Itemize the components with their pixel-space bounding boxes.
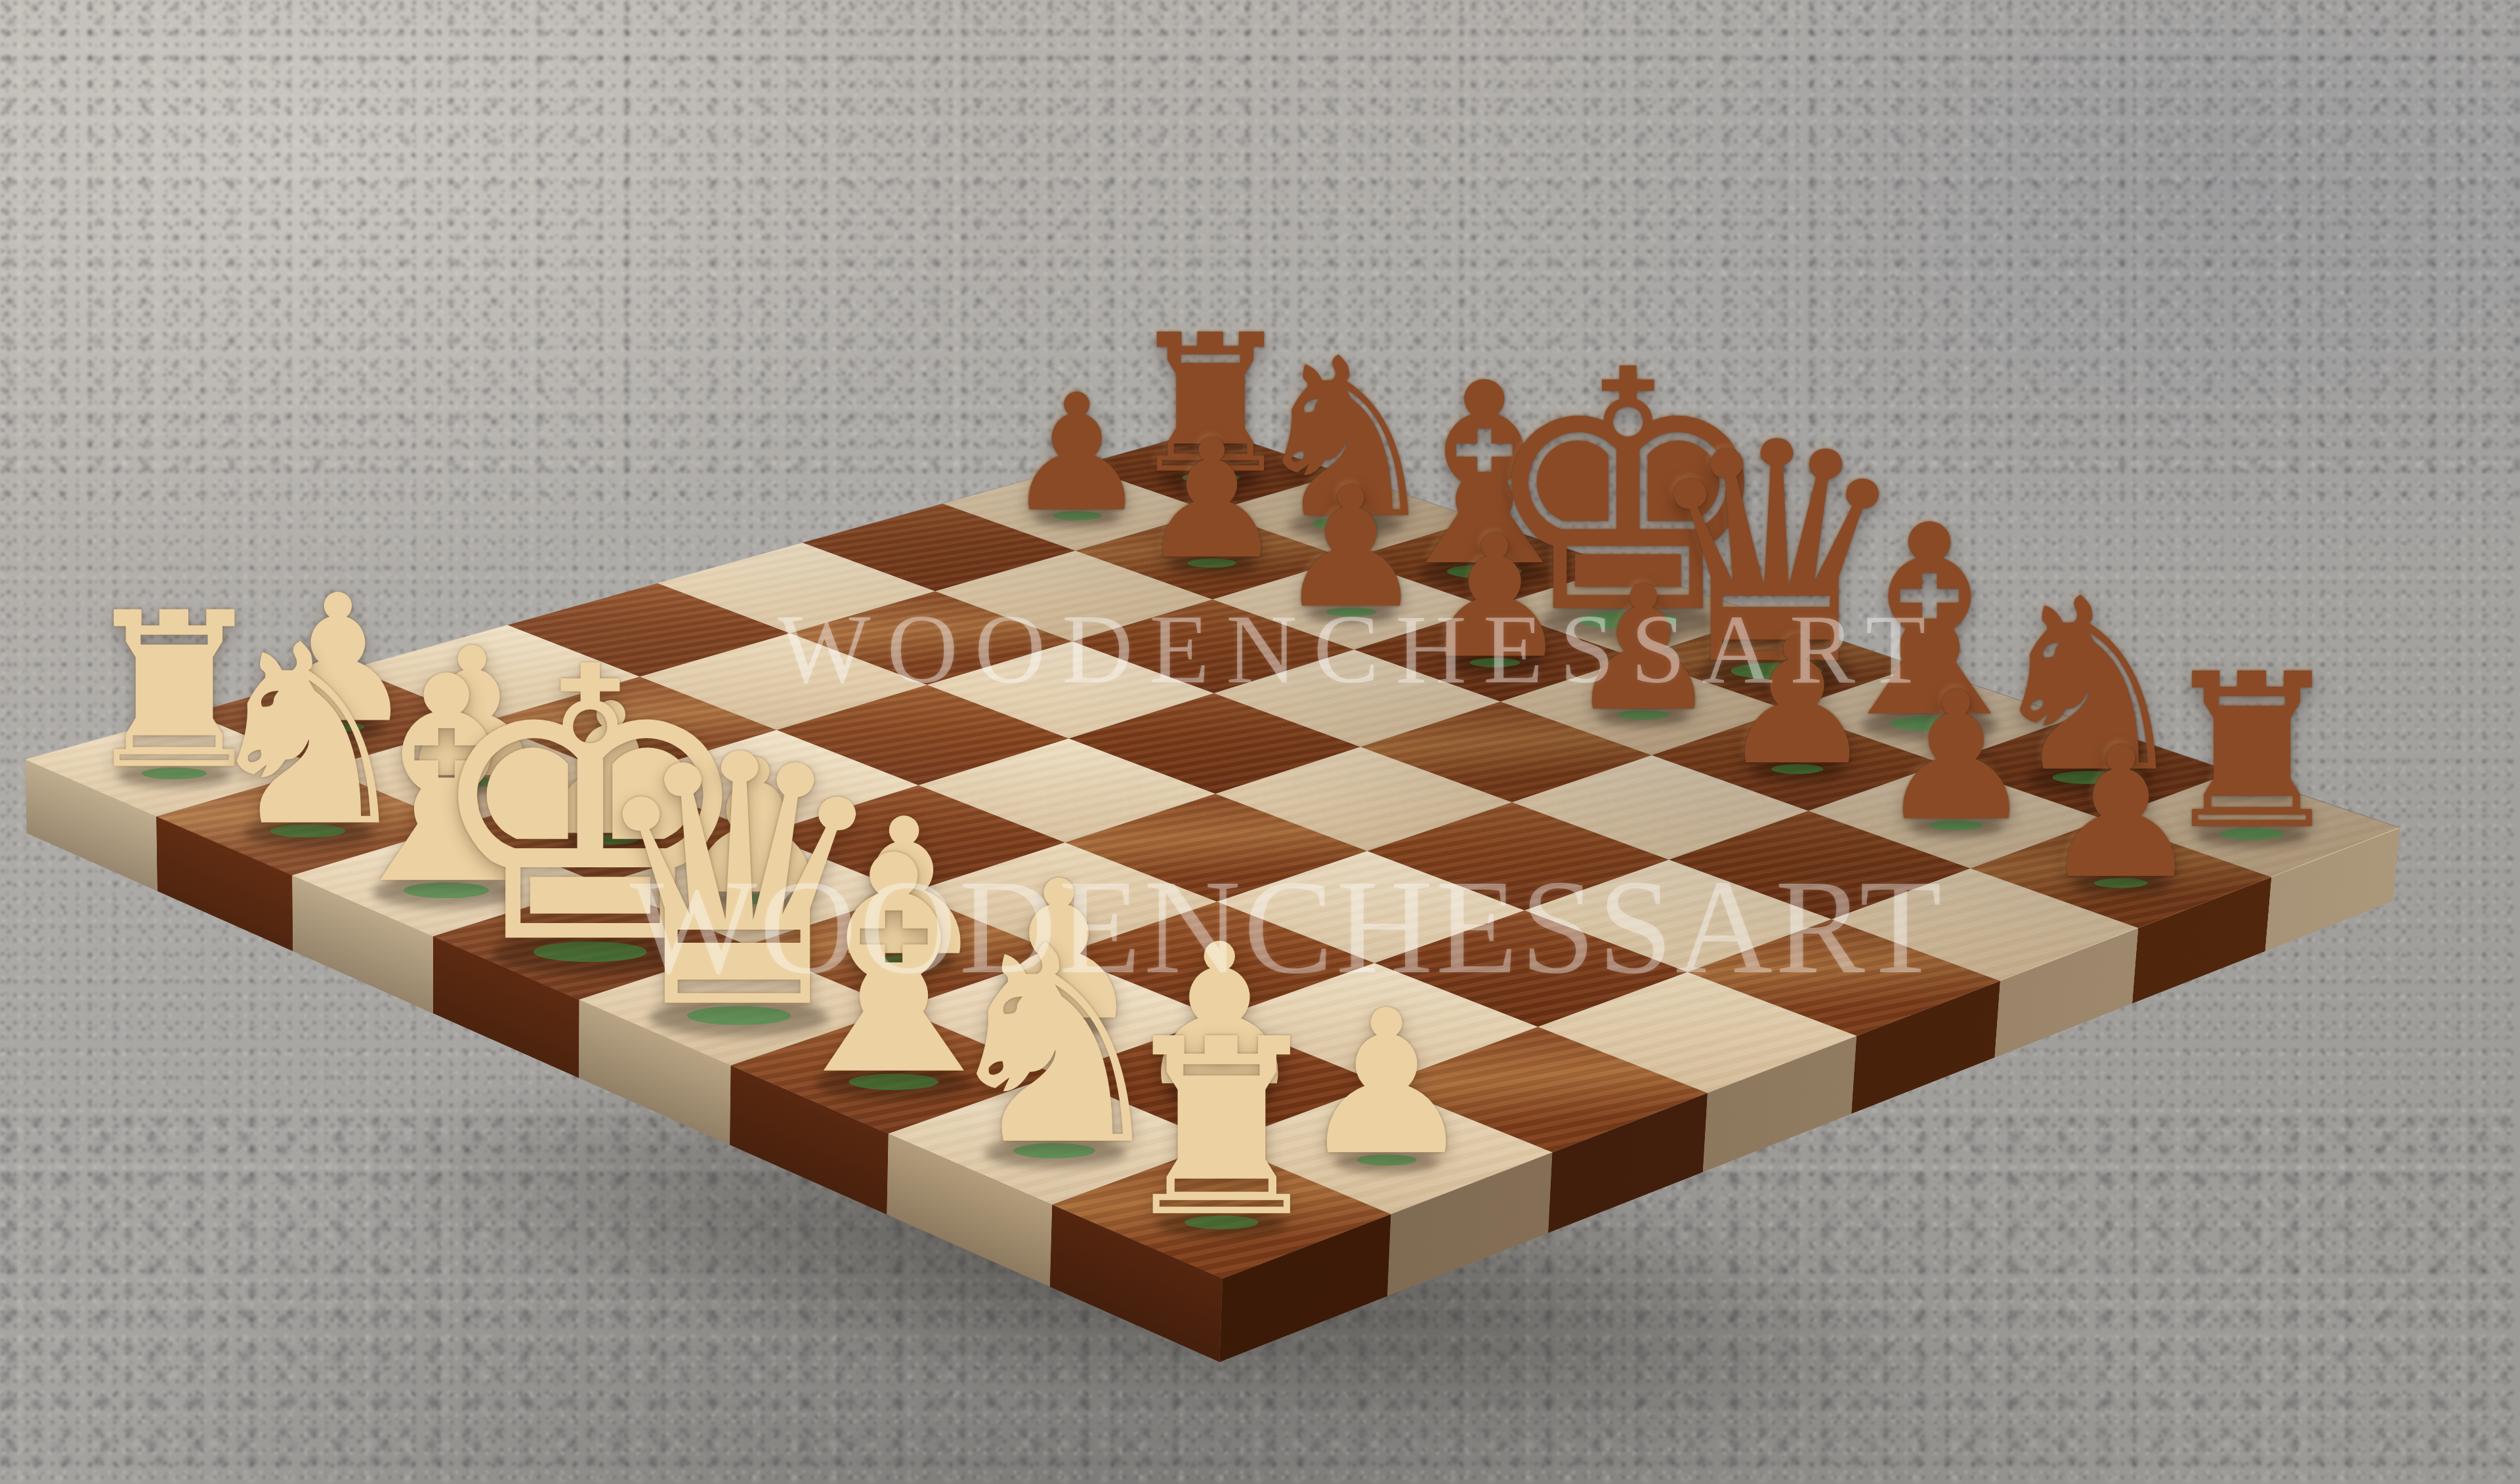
piece-black-pawn[interactable]: ♟: [2040, 724, 2202, 904]
photo-scene: ♜♞♝♚♛♝♞♜♟♟♟♟♟♟♟♟♟♟♟♟♟♟♟♟♜♞♝♚♛♝♞♜ WOODENC…: [0, 0, 2520, 1484]
watermark-lower: WOODENCHESSART: [630, 850, 1944, 1004]
piece-black-pawn[interactable]: ♟: [1139, 419, 1286, 582]
piece-black-pawn[interactable]: ♟: [1005, 373, 1149, 535]
piece-white-rook[interactable]: ♜: [1112, 1007, 1331, 1251]
pieces-layer: ♜♞♝♚♛♝♞♜♟♟♟♟♟♟♟♟♟♟♟♟♟♟♟♟♜♞♝♚♛♝♞♜: [0, 0, 2520, 1484]
watermark-upper: WOODENCHESSART: [778, 592, 1942, 705]
